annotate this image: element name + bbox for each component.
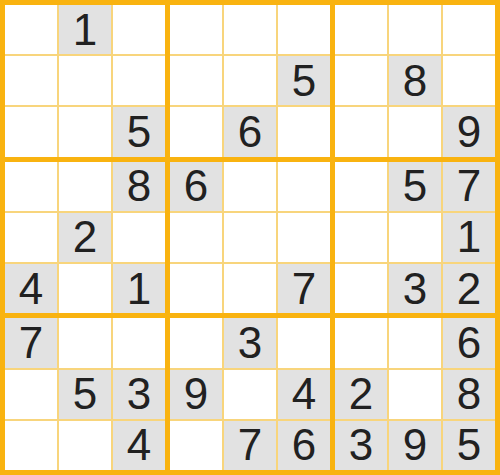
box-1: 15 — [5, 5, 165, 157]
cell-r8c5[interactable] — [224, 370, 276, 419]
cell-r6c9[interactable]: 2 — [443, 264, 495, 313]
cell-r3c8[interactable] — [389, 107, 441, 156]
cell-r2c8[interactable]: 8 — [389, 56, 441, 105]
cell-r9c6[interactable]: 6 — [278, 421, 330, 470]
cell-r5c2[interactable]: 2 — [59, 213, 111, 262]
cell-r8c6[interactable]: 4 — [278, 370, 330, 419]
box-3: 89 — [335, 5, 495, 157]
cell-r7c4[interactable] — [170, 318, 222, 367]
cell-r1c2[interactable]: 1 — [59, 5, 111, 54]
cell-r5c5[interactable] — [224, 213, 276, 262]
cell-r5c6[interactable] — [278, 213, 330, 262]
box-7: 7534 — [5, 318, 165, 470]
cell-r1c5[interactable] — [224, 5, 276, 54]
box-2: 56 — [170, 5, 330, 157]
cell-r5c8[interactable] — [389, 213, 441, 262]
cell-r6c8[interactable]: 3 — [389, 264, 441, 313]
cell-r1c9[interactable] — [443, 5, 495, 54]
cell-r7c9[interactable]: 6 — [443, 318, 495, 367]
cell-r6c6[interactable]: 7 — [278, 264, 330, 313]
cell-r3c6[interactable] — [278, 107, 330, 156]
cell-r1c3[interactable] — [113, 5, 165, 54]
cell-r4c7[interactable] — [335, 162, 387, 211]
cell-r5c1[interactable] — [5, 213, 57, 262]
cell-r2c9[interactable] — [443, 56, 495, 105]
box-8: 39476 — [170, 318, 330, 470]
cell-r7c5[interactable]: 3 — [224, 318, 276, 367]
cell-r6c1[interactable]: 4 — [5, 264, 57, 313]
cell-r3c5[interactable]: 6 — [224, 107, 276, 156]
cell-r4c4[interactable]: 6 — [170, 162, 222, 211]
cell-r9c3[interactable]: 4 — [113, 421, 165, 470]
cell-r9c1[interactable] — [5, 421, 57, 470]
cell-r9c8[interactable]: 9 — [389, 421, 441, 470]
box-5: 67 — [170, 162, 330, 314]
cell-r4c3[interactable]: 8 — [113, 162, 165, 211]
cell-r3c4[interactable] — [170, 107, 222, 156]
cell-r4c2[interactable] — [59, 162, 111, 211]
cell-r9c9[interactable]: 5 — [443, 421, 495, 470]
cell-r8c7[interactable]: 2 — [335, 370, 387, 419]
cell-r1c8[interactable] — [389, 5, 441, 54]
cell-r2c1[interactable] — [5, 56, 57, 105]
cell-r8c9[interactable]: 8 — [443, 370, 495, 419]
cell-r9c4[interactable] — [170, 421, 222, 470]
sudoku-board: 15568982416757132753439476628395 — [0, 0, 500, 475]
cell-r8c8[interactable] — [389, 370, 441, 419]
cell-r5c9[interactable]: 1 — [443, 213, 495, 262]
cell-r6c5[interactable] — [224, 264, 276, 313]
cell-r7c1[interactable]: 7 — [5, 318, 57, 367]
cell-r7c2[interactable] — [59, 318, 111, 367]
cell-r7c6[interactable] — [278, 318, 330, 367]
box-4: 8241 — [5, 162, 165, 314]
cell-r6c2[interactable] — [59, 264, 111, 313]
cell-r7c8[interactable] — [389, 318, 441, 367]
cell-r4c8[interactable]: 5 — [389, 162, 441, 211]
cell-r6c3[interactable]: 1 — [113, 264, 165, 313]
cell-r4c6[interactable] — [278, 162, 330, 211]
cell-r8c1[interactable] — [5, 370, 57, 419]
cell-r3c3[interactable]: 5 — [113, 107, 165, 156]
cell-r3c1[interactable] — [5, 107, 57, 156]
cell-r2c3[interactable] — [113, 56, 165, 105]
cell-r7c3[interactable] — [113, 318, 165, 367]
cell-r4c1[interactable] — [5, 162, 57, 211]
box-6: 57132 — [335, 162, 495, 314]
cell-r6c4[interactable] — [170, 264, 222, 313]
cell-r5c7[interactable] — [335, 213, 387, 262]
cell-r5c3[interactable] — [113, 213, 165, 262]
cell-r3c7[interactable] — [335, 107, 387, 156]
box-9: 628395 — [335, 318, 495, 470]
cell-r2c5[interactable] — [224, 56, 276, 105]
cell-r8c2[interactable]: 5 — [59, 370, 111, 419]
cell-r2c6[interactable]: 5 — [278, 56, 330, 105]
cell-r1c6[interactable] — [278, 5, 330, 54]
cell-r4c5[interactable] — [224, 162, 276, 211]
cell-r7c7[interactable] — [335, 318, 387, 367]
cell-r9c5[interactable]: 7 — [224, 421, 276, 470]
cell-r9c2[interactable] — [59, 421, 111, 470]
cell-r6c7[interactable] — [335, 264, 387, 313]
cell-r9c7[interactable]: 3 — [335, 421, 387, 470]
cell-r8c4[interactable]: 9 — [170, 370, 222, 419]
cell-r3c2[interactable] — [59, 107, 111, 156]
cell-r2c2[interactable] — [59, 56, 111, 105]
cell-r2c7[interactable] — [335, 56, 387, 105]
cell-r5c4[interactable] — [170, 213, 222, 262]
cell-r1c1[interactable] — [5, 5, 57, 54]
cell-r2c4[interactable] — [170, 56, 222, 105]
cell-r1c4[interactable] — [170, 5, 222, 54]
cell-r4c9[interactable]: 7 — [443, 162, 495, 211]
cell-r3c9[interactable]: 9 — [443, 107, 495, 156]
cell-r1c7[interactable] — [335, 5, 387, 54]
cell-r8c3[interactable]: 3 — [113, 370, 165, 419]
